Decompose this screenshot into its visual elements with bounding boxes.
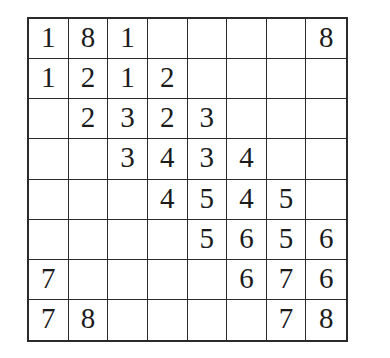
grid-cell[interactable]: 7	[29, 300, 69, 340]
grid-cell[interactable]: 8	[69, 19, 109, 59]
grid-cell[interactable]: 8	[69, 300, 109, 340]
grid-cell[interactable]	[108, 300, 148, 340]
grid-cell[interactable]: 8	[306, 300, 346, 340]
grid-cell[interactable]: 2	[69, 59, 109, 99]
grid-cell[interactable]	[227, 59, 267, 99]
grid-cell[interactable]: 6	[227, 260, 267, 300]
grid-cell[interactable]: 5	[267, 220, 307, 260]
grid-cell[interactable]	[148, 260, 188, 300]
grid-cell[interactable]	[267, 59, 307, 99]
grid-cell[interactable]	[267, 139, 307, 179]
grid-cell[interactable]: 5	[267, 180, 307, 220]
grid-cell[interactable]	[108, 260, 148, 300]
grid-cell[interactable]: 1	[29, 59, 69, 99]
grid-cell[interactable]	[227, 99, 267, 139]
grid-cell[interactable]	[188, 19, 228, 59]
grid-cell[interactable]	[69, 260, 109, 300]
grid-cell[interactable]	[267, 99, 307, 139]
grid-cell[interactable]: 4	[148, 180, 188, 220]
grid-cell[interactable]: 3	[108, 139, 148, 179]
grid-cell[interactable]: 4	[227, 139, 267, 179]
grid-cell[interactable]	[306, 99, 346, 139]
grid-cell[interactable]: 6	[227, 220, 267, 260]
grid-cell[interactable]: 2	[148, 99, 188, 139]
grid-cell[interactable]	[29, 180, 69, 220]
grid-cell[interactable]	[148, 300, 188, 340]
grid-cell[interactable]	[29, 139, 69, 179]
grid-cell[interactable]	[69, 220, 109, 260]
grid-cell[interactable]	[306, 180, 346, 220]
grid-cell[interactable]	[148, 220, 188, 260]
grid-cell[interactable]	[108, 220, 148, 260]
grid-cell[interactable]: 3	[188, 99, 228, 139]
grid-cell[interactable]	[108, 180, 148, 220]
grid-cell[interactable]: 8	[306, 19, 346, 59]
grid-cell[interactable]: 5	[188, 220, 228, 260]
grid-cell[interactable]	[227, 300, 267, 340]
grid-cell[interactable]	[148, 19, 188, 59]
grid-cell[interactable]: 3	[188, 139, 228, 179]
grid-cell[interactable]: 5	[188, 180, 228, 220]
grid-cell[interactable]: 2	[69, 99, 109, 139]
grid-cell[interactable]: 6	[306, 220, 346, 260]
grid-cell[interactable]	[69, 139, 109, 179]
grid-cell[interactable]: 4	[148, 139, 188, 179]
puzzle-grid: 18181212232334344545565676767878	[27, 17, 348, 342]
grid-cell[interactable]	[29, 99, 69, 139]
puzzle-page: 18181212232334344545565676767878	[0, 0, 390, 358]
grid-cell[interactable]: 1	[108, 19, 148, 59]
grid-cell[interactable]	[306, 139, 346, 179]
grid-cell[interactable]: 4	[227, 180, 267, 220]
grid-cell[interactable]: 1	[108, 59, 148, 99]
grid-cell[interactable]: 6	[306, 260, 346, 300]
grid-cell[interactable]	[188, 59, 228, 99]
grid-cell[interactable]	[188, 300, 228, 340]
grid-cell[interactable]	[267, 19, 307, 59]
grid-cell[interactable]: 7	[267, 260, 307, 300]
grid-cell[interactable]	[29, 220, 69, 260]
grid-cell[interactable]	[227, 19, 267, 59]
grid-cell[interactable]: 3	[108, 99, 148, 139]
grid-cell[interactable]: 2	[148, 59, 188, 99]
grid-cell[interactable]: 7	[29, 260, 69, 300]
grid-cell[interactable]	[306, 59, 346, 99]
grid-cell[interactable]	[188, 260, 228, 300]
grid-cell[interactable]: 7	[267, 300, 307, 340]
grid-cell[interactable]: 1	[29, 19, 69, 59]
grid-cell[interactable]	[69, 180, 109, 220]
